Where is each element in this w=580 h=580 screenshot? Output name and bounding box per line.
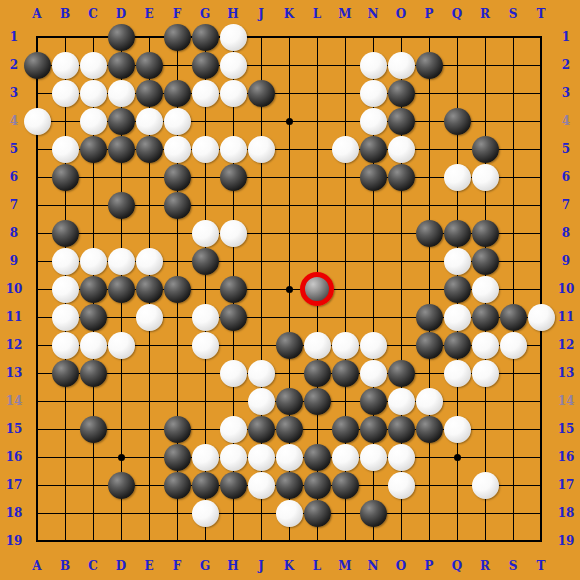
coordinate-row-label-right: 14 [558,395,575,407]
hoshi-point [286,286,293,293]
coordinate-column-label-bottom: T [537,560,546,572]
coordinate-row-label-left: 14 [6,395,23,407]
coordinate-row-label-left: 8 [10,227,18,239]
stone-black[interactable] [136,276,163,303]
stone-black[interactable] [388,108,415,135]
coordinate-row-label-right: 7 [562,199,570,211]
stone-black-last-move[interactable] [300,272,334,306]
stone-black[interactable] [332,360,359,387]
stone-black[interactable] [164,164,191,191]
coordinate-column-label-top: B [60,8,70,20]
stone-white[interactable] [108,248,135,275]
stone-black[interactable] [360,388,387,415]
stone-white[interactable] [388,52,415,79]
coordinate-column-label-top: R [480,8,490,20]
stone-black[interactable] [220,164,247,191]
stone-black[interactable] [444,332,471,359]
stone-black[interactable] [416,220,443,247]
stone-white[interactable] [248,472,275,499]
hoshi-point [454,454,461,461]
stone-white[interactable] [52,332,79,359]
stone-white[interactable] [52,276,79,303]
stone-white[interactable] [24,108,51,135]
stone-black[interactable] [220,304,247,331]
coordinate-column-label-top: T [537,8,546,20]
coordinate-row-label-left: 9 [10,255,18,267]
stone-black[interactable] [360,136,387,163]
hoshi-point [286,118,293,125]
stone-black[interactable] [220,276,247,303]
coordinate-column-label-top: N [368,8,379,20]
stone-white[interactable] [136,304,163,331]
go-game-screen: AABBCCDDEEFFGGHHJJKKLLMMNNOOPPQQRRSSTT11… [0,0,580,580]
coordinate-column-label-bottom: E [144,560,153,572]
coordinate-column-label-top: D [116,8,126,20]
stone-white[interactable] [108,332,135,359]
stone-black[interactable] [136,136,163,163]
coordinate-row-label-left: 5 [10,143,18,155]
stone-black[interactable] [472,248,499,275]
stone-black[interactable] [472,304,499,331]
stone-black[interactable] [164,192,191,219]
stone-white[interactable] [220,52,247,79]
stone-white[interactable] [332,332,359,359]
coordinate-column-label-top: C [88,8,98,20]
coordinate-column-label-top: J [258,8,264,20]
stone-black[interactable] [108,472,135,499]
stone-white[interactable] [52,248,79,275]
coordinate-row-label-right: 5 [562,143,570,155]
coordinate-column-label-bottom: S [509,560,518,572]
stone-white[interactable] [360,108,387,135]
stone-white[interactable] [220,360,247,387]
stone-black[interactable] [80,360,107,387]
coordinate-column-label-bottom: N [368,560,379,572]
stone-black[interactable] [52,164,79,191]
stone-black[interactable] [472,220,499,247]
stone-white[interactable] [52,136,79,163]
stone-black[interactable] [332,416,359,443]
stone-black[interactable] [360,164,387,191]
stone-white[interactable] [192,80,219,107]
stone-white[interactable] [472,332,499,359]
stone-white[interactable] [444,164,471,191]
coordinate-column-label-top: A [32,8,41,20]
stone-white[interactable] [220,136,247,163]
stone-white[interactable] [220,416,247,443]
stone-white[interactable] [80,108,107,135]
stone-white[interactable] [528,304,555,331]
stone-black[interactable] [388,416,415,443]
stone-black[interactable] [136,80,163,107]
stone-black[interactable] [164,80,191,107]
stone-white[interactable] [388,472,415,499]
coordinate-column-label-bottom: J [258,560,264,572]
stone-black[interactable] [248,80,275,107]
stone-white[interactable] [220,220,247,247]
stone-black[interactable] [80,304,107,331]
coordinate-column-label-top: P [424,8,433,20]
stone-white[interactable] [416,388,443,415]
stone-white[interactable] [192,220,219,247]
stone-black[interactable] [80,416,107,443]
coordinate-row-label-right: 9 [562,255,570,267]
coordinate-row-label-left: 3 [10,87,18,99]
coordinate-row-label-right: 18 [558,507,575,519]
stone-black[interactable] [388,164,415,191]
stone-white[interactable] [276,500,303,527]
stone-white[interactable] [52,52,79,79]
coordinate-column-label-top: S [509,8,518,20]
coordinate-row-label-right: 12 [558,339,575,351]
stone-white[interactable] [80,52,107,79]
coordinate-column-label-bottom: O [396,560,406,572]
stone-white[interactable] [220,80,247,107]
stone-black[interactable] [164,276,191,303]
stone-black[interactable] [108,52,135,79]
coordinate-row-label-right: 17 [558,479,575,491]
coordinate-row-label-left: 16 [6,451,23,463]
coordinate-row-label-right: 11 [558,311,575,323]
stone-black[interactable] [24,52,51,79]
stone-white[interactable] [192,332,219,359]
stone-white[interactable] [192,136,219,163]
stone-white[interactable] [164,136,191,163]
stone-white[interactable] [472,276,499,303]
stone-white[interactable] [192,444,219,471]
stone-white[interactable] [360,52,387,79]
stone-white[interactable] [472,472,499,499]
stone-black[interactable] [52,360,79,387]
stone-black[interactable] [192,24,219,51]
coordinate-row-label-left: 6 [10,171,18,183]
stone-white[interactable] [472,164,499,191]
stone-white[interactable] [444,304,471,331]
stone-black[interactable] [416,304,443,331]
stone-black[interactable] [276,472,303,499]
coordinate-column-label-bottom: F [173,560,182,572]
stone-white[interactable] [360,332,387,359]
coordinate-row-label-right: 8 [562,227,570,239]
coordinate-column-label-bottom: G [200,560,210,572]
stone-white[interactable] [80,80,107,107]
coordinate-row-label-left: 12 [6,339,23,351]
stone-black[interactable] [304,472,331,499]
coordinate-row-label-left: 11 [6,311,23,323]
coordinate-column-label-top: G [200,8,210,20]
stone-white[interactable] [80,332,107,359]
coordinate-row-label-right: 4 [562,115,570,127]
stone-white[interactable] [472,360,499,387]
coordinate-row-label-left: 10 [6,283,23,295]
stone-white[interactable] [388,388,415,415]
coordinate-column-label-top: F [173,8,182,20]
go-board[interactable]: AABBCCDDEEFFGGHHJJKKLLMMNNOOPPQQRRSSTT11… [0,0,580,580]
stone-white[interactable] [332,136,359,163]
coordinate-column-label-top: Q [452,8,462,20]
stone-white[interactable] [220,24,247,51]
coordinate-row-label-left: 17 [6,479,23,491]
stone-black[interactable] [332,472,359,499]
coordinate-column-label-bottom: K [284,560,294,572]
stone-white[interactable] [52,304,79,331]
coordinate-row-label-left: 15 [6,423,23,435]
stone-black[interactable] [472,136,499,163]
coordinate-column-label-top: L [313,8,321,20]
stone-black[interactable] [304,388,331,415]
stone-white[interactable] [192,304,219,331]
stone-white[interactable] [444,360,471,387]
stone-black[interactable] [164,416,191,443]
stone-white[interactable] [248,388,275,415]
coordinate-row-label-right: 10 [558,283,575,295]
stone-white[interactable] [304,332,331,359]
stone-black[interactable] [304,360,331,387]
stone-white[interactable] [444,248,471,275]
stone-black[interactable] [276,332,303,359]
stone-black[interactable] [248,416,275,443]
grid-line-vertical [429,38,430,540]
stone-black[interactable] [192,472,219,499]
stone-black[interactable] [444,220,471,247]
stone-black[interactable] [304,500,331,527]
coordinate-column-label-bottom: M [338,560,351,572]
stone-black[interactable] [416,416,443,443]
stone-white[interactable] [136,108,163,135]
coordinate-column-label-bottom: H [227,560,238,572]
coordinate-row-label-left: 1 [10,31,18,43]
stone-white[interactable] [52,80,79,107]
coordinate-column-label-bottom: C [88,560,98,572]
coordinate-column-label-top: O [396,8,406,20]
stone-black[interactable] [80,136,107,163]
stone-black[interactable] [220,472,247,499]
stone-black[interactable] [108,24,135,51]
coordinate-row-label-right: 16 [558,451,575,463]
coordinate-column-label-bottom: A [32,560,41,572]
stone-white[interactable] [248,444,275,471]
coordinate-row-label-right: 19 [558,535,575,547]
stone-white[interactable] [360,80,387,107]
grid-line-vertical [513,38,514,540]
coordinate-column-label-top: E [144,8,153,20]
stone-white[interactable] [444,416,471,443]
stone-white[interactable] [276,444,303,471]
stone-white[interactable] [248,360,275,387]
stone-white[interactable] [108,80,135,107]
coordinate-column-label-bottom: D [116,560,126,572]
stone-white[interactable] [332,444,359,471]
coordinate-row-label-left: 4 [10,115,18,127]
stone-black[interactable] [276,416,303,443]
stone-black[interactable] [360,416,387,443]
stone-white[interactable] [164,108,191,135]
stone-white[interactable] [192,500,219,527]
coordinate-column-label-bottom: R [480,560,490,572]
coordinate-column-label-bottom: Q [452,560,462,572]
coordinate-row-label-left: 7 [10,199,18,211]
stone-black[interactable] [192,248,219,275]
stone-black[interactable] [444,276,471,303]
stone-black[interactable] [500,304,527,331]
stone-black[interactable] [108,192,135,219]
stone-black[interactable] [416,52,443,79]
coordinate-row-label-left: 18 [6,507,23,519]
coordinate-row-label-right: 15 [558,423,575,435]
coordinate-column-label-bottom: P [424,560,433,572]
coordinate-row-label-left: 13 [6,367,23,379]
stone-black[interactable] [192,52,219,79]
coordinate-row-label-right: 2 [562,59,570,71]
stone-white[interactable] [500,332,527,359]
coordinate-row-label-left: 19 [6,535,23,547]
stone-black[interactable] [108,136,135,163]
stone-black[interactable] [360,500,387,527]
hoshi-point [118,454,125,461]
stone-black[interactable] [164,444,191,471]
stone-black[interactable] [108,108,135,135]
coordinate-row-label-right: 13 [558,367,575,379]
stone-white[interactable] [136,248,163,275]
coordinate-column-label-top: M [338,8,351,20]
stone-white[interactable] [360,360,387,387]
coordinate-row-label-right: 6 [562,171,570,183]
stone-black[interactable] [52,220,79,247]
stone-white[interactable] [80,248,107,275]
stone-white[interactable] [248,136,275,163]
stone-white[interactable] [388,444,415,471]
coordinate-column-label-bottom: B [60,560,70,572]
stone-black[interactable] [304,444,331,471]
coordinate-row-label-right: 1 [562,31,570,43]
stone-black[interactable] [444,108,471,135]
stone-black[interactable] [108,276,135,303]
stone-black[interactable] [276,388,303,415]
stone-black[interactable] [80,276,107,303]
stone-black[interactable] [136,52,163,79]
stone-black[interactable] [388,360,415,387]
stone-black[interactable] [164,24,191,51]
stone-black[interactable] [416,332,443,359]
coordinate-column-label-top: H [227,8,238,20]
coordinate-row-label-left: 2 [10,59,18,71]
stone-white[interactable] [360,444,387,471]
stone-black[interactable] [388,80,415,107]
stone-white[interactable] [388,136,415,163]
coordinate-column-label-bottom: L [313,560,321,572]
coordinate-column-label-top: K [284,8,294,20]
coordinate-row-label-right: 3 [562,87,570,99]
stone-black[interactable] [164,472,191,499]
stone-white[interactable] [220,444,247,471]
